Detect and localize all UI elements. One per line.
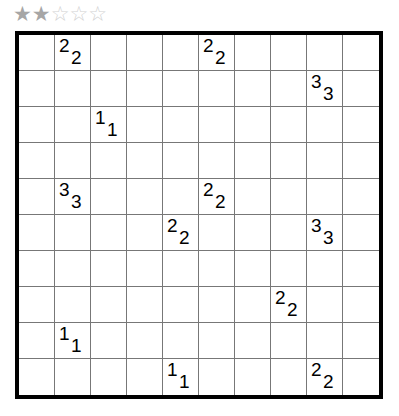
grid-cell[interactable]	[19, 251, 55, 287]
grid-cell[interactable]	[19, 107, 55, 143]
grid-cell[interactable]	[343, 71, 379, 107]
grid-cell[interactable]	[343, 179, 379, 215]
grid-cell[interactable]	[127, 215, 163, 251]
grid-cell[interactable]	[163, 35, 199, 71]
clue-value-bottom: 2	[179, 228, 190, 247]
grid-cell[interactable]	[343, 251, 379, 287]
clue-value-bottom: 2	[215, 48, 226, 67]
grid-cell[interactable]	[91, 359, 127, 395]
clue-value-bottom: 2	[215, 192, 226, 211]
grid-cell[interactable]	[127, 107, 163, 143]
clue-value-top: 2	[275, 288, 286, 307]
grid-cell[interactable]	[235, 287, 271, 323]
grid-cell[interactable]	[91, 215, 127, 251]
clue-cell: 11	[91, 107, 127, 143]
clue-value-bottom: 2	[71, 48, 82, 67]
grid-cell[interactable]	[163, 251, 199, 287]
clue-cell: 22	[163, 215, 199, 251]
clue-value-bottom: 3	[323, 84, 334, 103]
clue-value-top: 2	[311, 360, 322, 379]
grid-cell[interactable]	[163, 179, 199, 215]
tapa-board: 222233113322223322111122	[15, 31, 383, 399]
star-filled-icons: ★★	[13, 2, 51, 25]
grid-cell[interactable]	[163, 143, 199, 179]
clue-cell: 22	[199, 35, 235, 71]
clue-value-top: 3	[59, 180, 70, 199]
grid-cell[interactable]	[55, 215, 91, 251]
grid-cell[interactable]	[235, 215, 271, 251]
star-empty-icons: ☆☆☆	[51, 2, 107, 25]
grid-cell[interactable]	[91, 251, 127, 287]
clue-cell: 11	[55, 323, 91, 359]
grid-cell[interactable]	[19, 287, 55, 323]
clue-cell: 33	[55, 179, 91, 215]
clue-value-top: 1	[95, 108, 106, 127]
grid-cell[interactable]	[199, 251, 235, 287]
grid-cell[interactable]	[55, 71, 91, 107]
grid-cell[interactable]	[55, 143, 91, 179]
grid-cell[interactable]	[163, 323, 199, 359]
grid-cell[interactable]	[91, 323, 127, 359]
grid-cell[interactable]	[127, 287, 163, 323]
grid-cell[interactable]	[343, 359, 379, 395]
grid-cell[interactable]	[271, 215, 307, 251]
grid-cell[interactable]	[343, 323, 379, 359]
clue-value-top: 2	[167, 216, 178, 235]
grid-cell[interactable]	[235, 71, 271, 107]
grid-cell[interactable]	[307, 143, 343, 179]
grid-cell[interactable]	[55, 251, 91, 287]
grid-cell[interactable]	[271, 359, 307, 395]
grid-cell[interactable]	[19, 179, 55, 215]
grid-cell[interactable]	[55, 287, 91, 323]
grid-cell[interactable]	[55, 359, 91, 395]
grid-cell[interactable]	[199, 143, 235, 179]
grid-cell[interactable]	[127, 35, 163, 71]
grid-cell[interactable]	[343, 107, 379, 143]
grid-cell[interactable]	[307, 179, 343, 215]
grid-cell[interactable]	[91, 143, 127, 179]
grid-cell[interactable]	[163, 71, 199, 107]
grid-cell[interactable]	[127, 251, 163, 287]
clue-cell: 22	[271, 287, 307, 323]
grid-cell[interactable]	[163, 107, 199, 143]
clue-cell: 22	[307, 359, 343, 395]
grid-cell[interactable]	[307, 287, 343, 323]
grid-cell[interactable]	[127, 359, 163, 395]
grid-cell[interactable]	[271, 35, 307, 71]
grid-cell[interactable]	[235, 179, 271, 215]
clue-cell: 22	[55, 35, 91, 71]
grid-cell[interactable]	[307, 35, 343, 71]
clue-value-top: 2	[203, 180, 214, 199]
grid-cell[interactable]	[307, 251, 343, 287]
grid-cell[interactable]	[199, 71, 235, 107]
grid-cell[interactable]	[19, 215, 55, 251]
grid-cell[interactable]	[127, 179, 163, 215]
clue-value-bottom: 1	[107, 120, 118, 139]
grid-cell[interactable]	[235, 359, 271, 395]
grid-cell[interactable]	[235, 35, 271, 71]
grid-cell[interactable]	[19, 71, 55, 107]
grid-cell[interactable]	[199, 215, 235, 251]
clue-value-bottom: 1	[71, 336, 82, 355]
grid-cell[interactable]	[235, 107, 271, 143]
clue-value-bottom: 3	[323, 228, 334, 247]
grid-cell[interactable]	[91, 287, 127, 323]
grid-cell[interactable]	[271, 323, 307, 359]
grid-cell[interactable]	[19, 143, 55, 179]
grid-cell[interactable]	[307, 107, 343, 143]
clue-value-top: 1	[167, 360, 178, 379]
grid-cell[interactable]	[271, 71, 307, 107]
grid-cell[interactable]	[343, 143, 379, 179]
grid-cell[interactable]	[307, 323, 343, 359]
grid-cell[interactable]	[271, 107, 307, 143]
grid-cell[interactable]	[235, 323, 271, 359]
grid-cell[interactable]	[235, 251, 271, 287]
grid-cell[interactable]	[199, 323, 235, 359]
grid-cell[interactable]	[271, 143, 307, 179]
clue-value-bottom: 2	[287, 300, 298, 319]
grid-cell[interactable]	[127, 323, 163, 359]
grid-cell[interactable]	[343, 215, 379, 251]
grid-cell[interactable]	[55, 107, 91, 143]
clue-value-top: 3	[311, 216, 322, 235]
grid-cell[interactable]	[271, 251, 307, 287]
grid-cell[interactable]	[19, 359, 55, 395]
grid-cell[interactable]	[271, 179, 307, 215]
grid-cell[interactable]	[199, 359, 235, 395]
clue-value-bottom: 2	[323, 372, 334, 391]
grid-cell[interactable]	[235, 143, 271, 179]
grid-cell[interactable]	[343, 287, 379, 323]
clue-value-top: 2	[59, 36, 70, 55]
grid-cell[interactable]	[91, 179, 127, 215]
clue-cell: 33	[307, 215, 343, 251]
grid-cell[interactable]	[199, 107, 235, 143]
difficulty-rating: ★★☆☆☆	[13, 3, 107, 25]
grid-cell[interactable]	[19, 35, 55, 71]
clue-cell: 33	[307, 71, 343, 107]
clue-cell: 11	[163, 359, 199, 395]
clue-value-bottom: 1	[179, 372, 190, 391]
grid-cell[interactable]	[127, 143, 163, 179]
clue-value-top: 1	[59, 324, 70, 343]
grid-cell[interactable]	[343, 35, 379, 71]
clue-value-top: 3	[311, 72, 322, 91]
clue-value-top: 2	[203, 36, 214, 55]
grid-cell[interactable]	[163, 287, 199, 323]
clue-value-bottom: 3	[71, 192, 82, 211]
grid-cell[interactable]	[91, 35, 127, 71]
grid-cell[interactable]	[199, 287, 235, 323]
grid-cell[interactable]	[91, 71, 127, 107]
grid-cell[interactable]	[127, 71, 163, 107]
clue-cell: 22	[199, 179, 235, 215]
grid-cell[interactable]	[19, 323, 55, 359]
